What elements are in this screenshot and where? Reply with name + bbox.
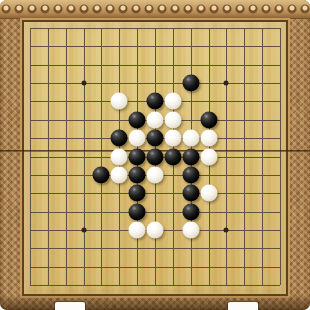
stone-white — [129, 130, 146, 147]
stone-white — [111, 148, 128, 165]
grid-line-vertical — [280, 28, 281, 285]
stone-black — [182, 185, 199, 202]
board-photo — [0, 0, 310, 310]
grid-line-vertical — [226, 28, 227, 285]
stone-black — [129, 148, 146, 165]
frame-ornament-band — [0, 0, 310, 19]
stone-white — [164, 130, 181, 147]
stone-black — [129, 111, 146, 128]
grid-line-horizontal — [30, 267, 280, 268]
grid-line-vertical — [244, 28, 245, 285]
stone-white — [182, 221, 199, 238]
stone-white — [147, 166, 164, 183]
star-point — [81, 227, 86, 232]
board-grid — [30, 28, 280, 285]
grid-line-horizontal — [30, 212, 280, 213]
stone-black — [164, 148, 181, 165]
grid-line-horizontal — [30, 248, 280, 249]
stone-white — [200, 130, 217, 147]
board-surface — [22, 20, 288, 296]
goban — [0, 0, 310, 310]
stone-white — [147, 221, 164, 238]
stone-black — [147, 93, 164, 110]
stone-black — [129, 203, 146, 220]
stone-black — [182, 203, 199, 220]
star-point — [81, 81, 86, 86]
grid-line-horizontal — [30, 193, 280, 194]
stone-white — [200, 148, 217, 165]
stone-white — [164, 93, 181, 110]
grid-line-vertical — [262, 28, 263, 285]
stone-black — [111, 130, 128, 147]
star-point — [224, 81, 229, 86]
stone-white — [129, 221, 146, 238]
grid-line-horizontal — [30, 285, 280, 286]
hinge-notch-left — [55, 302, 85, 310]
stone-black — [129, 166, 146, 183]
stone-black — [147, 148, 164, 165]
stone-black — [129, 185, 146, 202]
stone-black — [182, 148, 199, 165]
stone-black — [182, 75, 199, 92]
stone-black — [182, 166, 199, 183]
stone-white — [111, 93, 128, 110]
stone-white — [111, 166, 128, 183]
stone-white — [147, 111, 164, 128]
stone-white — [182, 130, 199, 147]
frame-bottom-bevel — [0, 295, 310, 310]
stone-black — [147, 130, 164, 147]
stone-white — [200, 185, 217, 202]
stone-white — [164, 111, 181, 128]
stone-black — [200, 111, 217, 128]
hinge-notch-right — [228, 302, 258, 310]
star-point — [224, 227, 229, 232]
stone-black — [93, 166, 110, 183]
